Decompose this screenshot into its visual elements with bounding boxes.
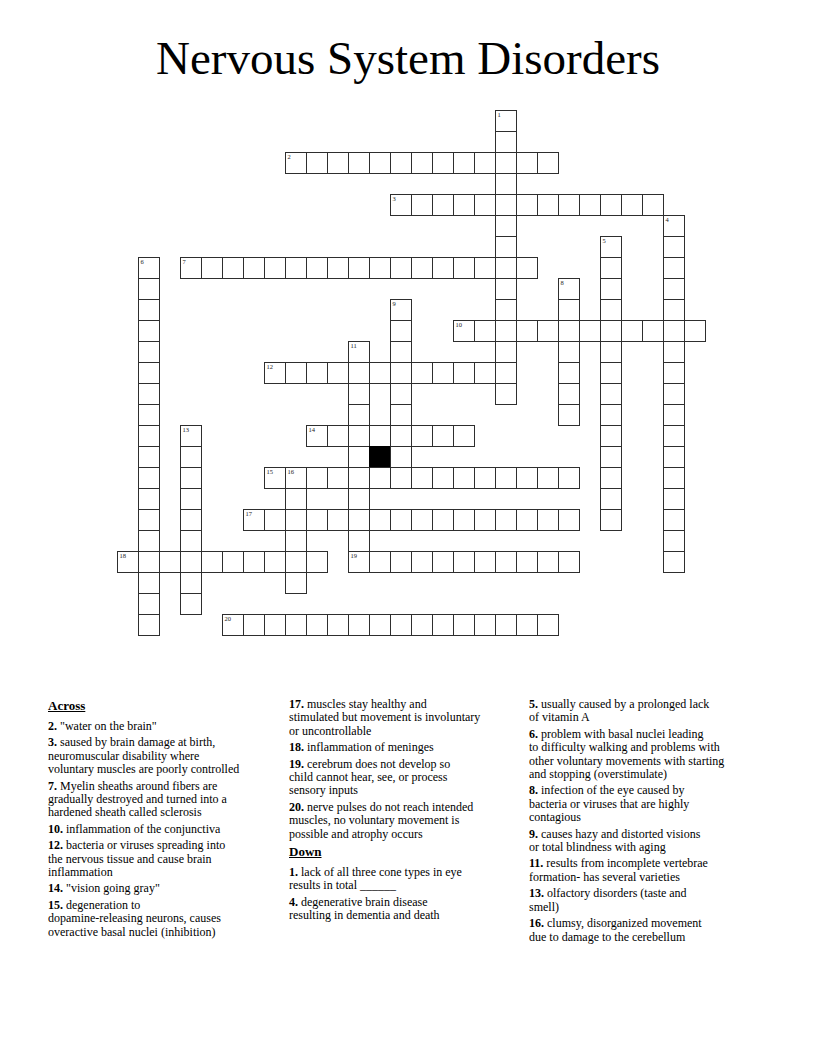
grid-cell[interactable] xyxy=(558,404,580,426)
grid-cell[interactable] xyxy=(663,404,685,426)
clue-number: 10. xyxy=(48,822,63,836)
grid-cell[interactable] xyxy=(306,614,328,636)
grid-cell[interactable]: 4 xyxy=(663,215,685,237)
cell-number: 7 xyxy=(183,258,186,266)
grid-cell[interactable] xyxy=(495,236,517,258)
cell-number: 5 xyxy=(603,237,606,245)
crossword-grid: 1234567891011121314151617181920 xyxy=(117,110,707,637)
across-header: Across xyxy=(48,698,288,713)
grid-cell[interactable]: 3 xyxy=(390,194,412,216)
grid-cell[interactable] xyxy=(138,551,160,573)
clue-line: gradually destroyed and turned into a xyxy=(48,793,288,806)
grid-cell[interactable] xyxy=(138,467,160,489)
clue-line: to difficulty walking and problems with xyxy=(529,741,771,754)
grid-cell[interactable] xyxy=(663,383,685,405)
grid-cell[interactable] xyxy=(537,551,559,573)
grid-cell[interactable] xyxy=(285,257,307,279)
clue-3: 3. saused by brain damage at birth,neuro… xyxy=(48,736,288,776)
clue-number: 13. xyxy=(529,886,544,900)
clue-2: 2. "water on the brain" xyxy=(48,720,288,733)
grid-cell[interactable]: 18 xyxy=(117,551,139,573)
grid-cell[interactable] xyxy=(348,446,370,468)
grid-cell[interactable] xyxy=(348,152,370,174)
grid-cell[interactable] xyxy=(663,446,685,468)
grid-cell[interactable] xyxy=(348,362,370,384)
grid-cell[interactable] xyxy=(306,509,328,531)
grid-cell[interactable] xyxy=(432,257,454,279)
grid-cell[interactable] xyxy=(390,425,412,447)
grid-cell[interactable] xyxy=(663,509,685,531)
grid-cell[interactable] xyxy=(369,362,391,384)
grid-cell[interactable] xyxy=(432,194,454,216)
clue-line: other voluntary movements with starting xyxy=(529,755,771,768)
grid-cell[interactable] xyxy=(411,425,433,447)
clue-number: 15. xyxy=(48,898,63,912)
grid-cell[interactable] xyxy=(348,488,370,510)
grid-cell[interactable] xyxy=(495,614,517,636)
grid-cell[interactable]: 13 xyxy=(180,425,202,447)
grid-cell[interactable] xyxy=(285,530,307,552)
clue-line: child cannot hear, see, or process xyxy=(289,771,527,784)
grid-cell[interactable] xyxy=(663,236,685,258)
grid-cell[interactable] xyxy=(495,509,517,531)
clue-line: 9. causes hazy and distorted visions xyxy=(529,828,771,841)
grid-cell[interactable] xyxy=(411,194,433,216)
clue-4: 4. degenerative brain diseaseresulting i… xyxy=(289,896,527,923)
grid-cell[interactable] xyxy=(285,572,307,594)
grid-cell[interactable] xyxy=(348,383,370,405)
grid-cell[interactable] xyxy=(495,341,517,363)
grid-cell[interactable] xyxy=(600,446,622,468)
grid-cell[interactable] xyxy=(180,446,202,468)
grid-cell[interactable] xyxy=(600,194,622,216)
grid-cell[interactable] xyxy=(390,404,412,426)
cell-number: 11 xyxy=(351,342,357,350)
grid-cell[interactable] xyxy=(537,152,559,174)
clue-line: contagious xyxy=(529,811,771,824)
cell-number: 1 xyxy=(498,111,501,119)
clue-line: overactive basal nuclei (inhibition) xyxy=(48,926,288,939)
grid-cell[interactable] xyxy=(516,467,538,489)
grid-cell[interactable] xyxy=(138,509,160,531)
grid-cell[interactable] xyxy=(243,551,265,573)
clue-line: due to damage to the cerebellum xyxy=(529,931,771,944)
grid-cell[interactable] xyxy=(600,257,622,279)
cell-number: 10 xyxy=(456,321,463,329)
grid-cell[interactable] xyxy=(348,614,370,636)
grid-cell[interactable] xyxy=(327,614,349,636)
grid-cell[interactable] xyxy=(138,446,160,468)
grid-cell[interactable]: 5 xyxy=(600,236,622,258)
grid-cell[interactable] xyxy=(180,488,202,510)
grid-cell[interactable] xyxy=(600,509,622,531)
grid-cell[interactable]: 14 xyxy=(306,425,328,447)
grid-cell[interactable] xyxy=(285,614,307,636)
grid-cell[interactable] xyxy=(348,530,370,552)
grid-cell[interactable] xyxy=(201,551,223,573)
grid-cell[interactable] xyxy=(474,551,496,573)
clue-line: smell) xyxy=(529,901,771,914)
grid-cell[interactable] xyxy=(495,320,517,342)
grid-cell[interactable] xyxy=(663,488,685,510)
clue-number: 19. xyxy=(289,757,304,771)
grid-cell[interactable] xyxy=(369,257,391,279)
grid-cell[interactable] xyxy=(453,509,475,531)
grid-cell[interactable]: 9 xyxy=(390,299,412,321)
grid-cell[interactable] xyxy=(537,509,559,531)
grid-cell[interactable] xyxy=(432,152,454,174)
grid-cell[interactable] xyxy=(495,215,517,237)
clue-17: 17. muscles stay healthy andstimulated b… xyxy=(289,698,527,738)
cell-number: 2 xyxy=(288,153,291,161)
grid-cell[interactable] xyxy=(474,614,496,636)
grid-cell[interactable] xyxy=(495,278,517,300)
clue-line: dopamine-releasing neurons, causes xyxy=(48,912,288,925)
grid-cell[interactable] xyxy=(516,551,538,573)
grid-cell[interactable] xyxy=(495,173,517,195)
crossword-page: Nervous System Disorders 123456789101112… xyxy=(0,0,816,1056)
grid-cell[interactable] xyxy=(537,194,559,216)
grid-cell[interactable] xyxy=(390,362,412,384)
grid-cell[interactable] xyxy=(663,299,685,321)
grid-cell[interactable] xyxy=(495,383,517,405)
grid-cell[interactable] xyxy=(138,278,160,300)
grid-cell[interactable] xyxy=(621,194,643,216)
clue-15: 15. degeneration todopamine-releasing ne… xyxy=(48,899,288,939)
grid-cell[interactable] xyxy=(684,320,706,342)
grid-cell[interactable] xyxy=(453,551,475,573)
grid-cell[interactable] xyxy=(369,509,391,531)
cell-number: 17 xyxy=(246,510,253,518)
grid-cell[interactable] xyxy=(138,488,160,510)
grid-cell[interactable] xyxy=(285,551,307,573)
grid-cell[interactable] xyxy=(621,320,643,342)
grid-cell[interactable] xyxy=(138,404,160,426)
grid-cell[interactable] xyxy=(432,362,454,384)
clue-line: formation- has several varieties xyxy=(529,871,771,884)
grid-cell[interactable] xyxy=(453,257,475,279)
grid-cell[interactable] xyxy=(663,530,685,552)
grid-cell[interactable] xyxy=(474,194,496,216)
grid-cell[interactable] xyxy=(474,467,496,489)
grid-cell[interactable] xyxy=(243,614,265,636)
grid-cell[interactable] xyxy=(474,257,496,279)
cell-number: 18 xyxy=(120,552,127,560)
grid-cell[interactable] xyxy=(432,509,454,531)
grid-cell[interactable] xyxy=(327,425,349,447)
grid-cell[interactable] xyxy=(390,509,412,531)
clue-line: voluntary muscles are poorly controlled xyxy=(48,763,288,776)
grid-cell[interactable] xyxy=(327,152,349,174)
grid-cell[interactable]: 10 xyxy=(453,320,475,342)
grid-cell[interactable] xyxy=(327,467,349,489)
clue-14: 14. "vision going gray" xyxy=(48,882,288,895)
grid-cell[interactable] xyxy=(474,320,496,342)
clue-11: 11. results from incomplete vertebraefor… xyxy=(529,857,771,884)
grid-cell[interactable] xyxy=(138,320,160,342)
grid-cell[interactable] xyxy=(306,152,328,174)
grid-cell[interactable] xyxy=(663,467,685,489)
grid-cell[interactable] xyxy=(663,551,685,573)
clue-8: 8. infection of the eye caused bybacteri… xyxy=(529,784,771,824)
grid-cell[interactable] xyxy=(138,383,160,405)
clue-line: muscles, no voluntary movement is xyxy=(289,814,527,827)
grid-cell[interactable] xyxy=(642,320,664,342)
grid-cell[interactable] xyxy=(558,383,580,405)
clue-line: the nervous tissue and cause brain xyxy=(48,853,288,866)
grid-cell[interactable] xyxy=(453,425,475,447)
grid-cell[interactable] xyxy=(348,467,370,489)
grid-cell[interactable] xyxy=(453,152,475,174)
grid-cell[interactable] xyxy=(138,362,160,384)
grid-cell[interactable] xyxy=(474,509,496,531)
clue-9: 9. causes hazy and distorted visionsor t… xyxy=(529,828,771,855)
grid-cell[interactable] xyxy=(663,425,685,447)
grid-cell[interactable]: 7 xyxy=(180,257,202,279)
grid-cell[interactable]: 16 xyxy=(285,467,307,489)
grid-cell[interactable] xyxy=(600,488,622,510)
clue-line: 15. degeneration to xyxy=(48,899,288,912)
grid-cell[interactable] xyxy=(600,467,622,489)
grid-cell[interactable] xyxy=(474,152,496,174)
grid-cell[interactable] xyxy=(390,257,412,279)
clue-line: 17. muscles stay healthy and xyxy=(289,698,527,711)
grid-cell[interactable] xyxy=(558,509,580,531)
grid-cell[interactable]: 8 xyxy=(558,278,580,300)
clue-line: 16. clumsy, disorganized movement xyxy=(529,917,771,930)
grid-cell[interactable] xyxy=(327,257,349,279)
grid-cell[interactable] xyxy=(600,362,622,384)
grid-cell[interactable] xyxy=(516,320,538,342)
cell-number: 19 xyxy=(351,552,358,560)
grid-cell[interactable] xyxy=(180,551,202,573)
grid-cell[interactable] xyxy=(390,341,412,363)
clue-line: 19. cerebrum does not develop so xyxy=(289,758,527,771)
grid-cell[interactable] xyxy=(537,614,559,636)
grid-cell[interactable] xyxy=(138,299,160,321)
grid-cell[interactable]: 6 xyxy=(138,257,160,279)
grid-cell[interactable]: 20 xyxy=(222,614,244,636)
grid-cell[interactable] xyxy=(138,614,160,636)
grid-cell[interactable] xyxy=(558,194,580,216)
grid-cell[interactable] xyxy=(579,194,601,216)
grid-cell[interactable] xyxy=(600,383,622,405)
grid-cell[interactable] xyxy=(138,425,160,447)
grid-cell[interactable] xyxy=(558,467,580,489)
grid-cell[interactable] xyxy=(495,551,517,573)
grid-cell[interactable] xyxy=(558,362,580,384)
clue-line: 20. nerve pulses do not reach intended xyxy=(289,801,527,814)
clue-line: 2. "water on the brain" xyxy=(48,720,288,733)
clue-line: 5. usually caused by a prolonged lack xyxy=(529,698,771,711)
grid-cell[interactable] xyxy=(600,404,622,426)
clue-line: 14. "vision going gray" xyxy=(48,882,288,895)
grid-cell[interactable] xyxy=(222,257,244,279)
grid-cell[interactable] xyxy=(516,152,538,174)
clue-line: 12. bacteria or viruses spreading into xyxy=(48,839,288,852)
clue-number: 14. xyxy=(48,881,63,895)
clue-column: 17. muscles stay healthy andstimulated b… xyxy=(289,698,527,926)
grid-cell[interactable] xyxy=(600,425,622,447)
grid-cell[interactable] xyxy=(369,425,391,447)
grid-cell[interactable]: 1 xyxy=(495,110,517,132)
grid-cell[interactable] xyxy=(222,551,244,573)
grid-cell[interactable] xyxy=(180,593,202,615)
grid-cell[interactable] xyxy=(369,467,391,489)
grid-cell[interactable] xyxy=(600,341,622,363)
grid-cell[interactable] xyxy=(600,320,622,342)
grid-cell[interactable] xyxy=(390,446,412,468)
grid-cell[interactable] xyxy=(180,572,202,594)
grid-cell[interactable] xyxy=(558,551,580,573)
grid-cell[interactable] xyxy=(495,131,517,153)
grid-cell[interactable] xyxy=(306,362,328,384)
cell-number: 6 xyxy=(141,258,144,266)
grid-cell[interactable] xyxy=(348,404,370,426)
grid-cell[interactable] xyxy=(306,257,328,279)
grid-cell[interactable] xyxy=(453,194,475,216)
grid-cell[interactable] xyxy=(264,257,286,279)
grid-cell[interactable] xyxy=(306,467,328,489)
grid-cell[interactable] xyxy=(432,425,454,447)
grid-cell[interactable] xyxy=(327,362,349,384)
grid-cell[interactable] xyxy=(600,299,622,321)
clue-line: or uncontrollable xyxy=(289,725,527,738)
cell-number: 9 xyxy=(393,300,396,308)
grid-cell[interactable] xyxy=(516,194,538,216)
grid-cell[interactable] xyxy=(432,614,454,636)
clue-column: Across2. "water on the brain"3. saused b… xyxy=(48,698,288,942)
grid-cell[interactable] xyxy=(495,194,517,216)
grid-cell[interactable] xyxy=(558,341,580,363)
clue-line: or total blindness with aging xyxy=(529,841,771,854)
grid-cell[interactable] xyxy=(369,551,391,573)
grid-cell[interactable] xyxy=(138,530,160,552)
grid-cell[interactable] xyxy=(138,572,160,594)
grid-cell[interactable] xyxy=(495,299,517,321)
clue-number: 3. xyxy=(48,735,57,749)
clue-1: 1. lack of all three cone types in eyere… xyxy=(289,866,527,893)
grid-cell[interactable] xyxy=(495,257,517,279)
grid-cell[interactable] xyxy=(348,425,370,447)
grid-cell[interactable] xyxy=(348,257,370,279)
grid-cell[interactable] xyxy=(516,257,538,279)
grid-cell[interactable] xyxy=(390,383,412,405)
cell-number: 14 xyxy=(309,426,316,434)
grid-cell[interactable] xyxy=(537,467,559,489)
grid-cell[interactable] xyxy=(558,320,580,342)
clue-line: 10. inflammation of the conjunctiva xyxy=(48,823,288,836)
clue-number: 12. xyxy=(48,838,63,852)
clue-line: 1. lack of all three cone types in eye xyxy=(289,866,527,879)
grid-cell[interactable] xyxy=(663,362,685,384)
clue-line: bacteria or viruses that are highly xyxy=(529,798,771,811)
clue-column: 5. usually caused by a prolonged lackof … xyxy=(529,698,771,947)
grid-cell[interactable] xyxy=(180,530,202,552)
grid-cell[interactable] xyxy=(663,278,685,300)
grid-cell[interactable] xyxy=(432,467,454,489)
grid-cell[interactable]: 12 xyxy=(264,362,286,384)
grid-cell[interactable] xyxy=(138,593,160,615)
grid-cell[interactable] xyxy=(369,152,391,174)
grid-cell[interactable] xyxy=(516,614,538,636)
grid-cell[interactable] xyxy=(663,341,685,363)
grid-cell[interactable] xyxy=(411,509,433,531)
grid-cell[interactable] xyxy=(579,320,601,342)
grid-cell[interactable]: 15 xyxy=(264,467,286,489)
grid-cell[interactable] xyxy=(285,362,307,384)
grid-cell[interactable]: 2 xyxy=(285,152,307,174)
grid-cell[interactable] xyxy=(495,152,517,174)
grid-cell[interactable] xyxy=(411,551,433,573)
clue-line: of vitamin A xyxy=(529,711,771,724)
grid-cell[interactable]: 17 xyxy=(243,509,265,531)
grid-cell[interactable] xyxy=(453,614,475,636)
grid-cell[interactable] xyxy=(390,614,412,636)
grid-cell[interactable] xyxy=(642,194,664,216)
clue-number: 7. xyxy=(48,779,57,793)
grid-cell[interactable] xyxy=(264,509,286,531)
grid-cell[interactable] xyxy=(453,467,475,489)
grid-cell[interactable] xyxy=(180,467,202,489)
grid-cell[interactable] xyxy=(495,467,517,489)
grid-cell[interactable] xyxy=(369,614,391,636)
grid-cell[interactable] xyxy=(390,320,412,342)
grid-cell[interactable] xyxy=(663,257,685,279)
clue-number: 17. xyxy=(289,697,304,711)
grid-cell[interactable] xyxy=(180,509,202,531)
clue-20: 20. nerve pulses do not reach intendedmu… xyxy=(289,801,527,841)
grid-cell[interactable] xyxy=(558,299,580,321)
grid-cell[interactable] xyxy=(537,320,559,342)
grid-cell[interactable] xyxy=(348,509,370,531)
grid-cell[interactable] xyxy=(516,509,538,531)
grid-cell[interactable] xyxy=(411,467,433,489)
grid-cell[interactable] xyxy=(432,551,454,573)
grid-cell[interactable] xyxy=(264,551,286,573)
grid-cell[interactable] xyxy=(390,152,412,174)
grid-cell[interactable]: 11 xyxy=(348,341,370,363)
clue-line: hardened sheath called sclerosis xyxy=(48,806,288,819)
grid-cell[interactable] xyxy=(411,362,433,384)
grid-cell[interactable] xyxy=(495,362,517,384)
grid-cell[interactable] xyxy=(243,257,265,279)
grid-cell[interactable] xyxy=(411,614,433,636)
grid-cell[interactable]: 19 xyxy=(348,551,370,573)
grid-cell[interactable] xyxy=(474,362,496,384)
grid-cell[interactable] xyxy=(285,488,307,510)
grid-cell[interactable] xyxy=(663,320,685,342)
grid-cell[interactable] xyxy=(390,467,412,489)
grid-cell[interactable] xyxy=(411,152,433,174)
clue-line: results in total ______ xyxy=(289,879,527,892)
grid-cell[interactable] xyxy=(138,341,160,363)
grid-cell[interactable] xyxy=(285,509,307,531)
clue-13: 13. olfactory disorders (taste andsmell) xyxy=(529,887,771,914)
grid-cell[interactable] xyxy=(390,551,412,573)
grid-cell[interactable] xyxy=(411,257,433,279)
cell-number: 20 xyxy=(225,615,232,623)
grid-cell[interactable] xyxy=(201,257,223,279)
grid-cell[interactable] xyxy=(453,362,475,384)
grid-cell[interactable] xyxy=(600,278,622,300)
grid-cell[interactable] xyxy=(327,509,349,531)
clue-line: resulting in dementia and death xyxy=(289,909,527,922)
grid-cell[interactable] xyxy=(264,614,286,636)
grid-cell[interactable] xyxy=(159,551,181,573)
grid-cell[interactable] xyxy=(306,551,328,573)
clue-7: 7. Myelin sheaths around fibers aregradu… xyxy=(48,780,288,820)
